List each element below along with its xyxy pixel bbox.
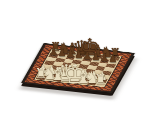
chess-set-photo: ♜♞♝♛♚♟♝♟♞♟♜♟♟♟♟♟♟♟♟♟♟♜♟♞♟♝♟♛♚♝♞♜ xyxy=(0,0,166,120)
